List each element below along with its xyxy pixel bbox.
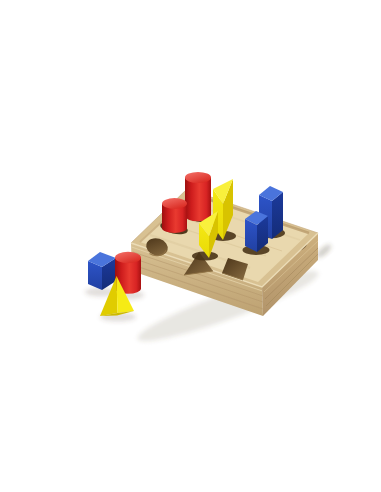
piece-red-cylinder-tall [185, 172, 211, 221]
piece-blue-cube-small [88, 252, 116, 290]
shape-sorter-scene [0, 0, 381, 492]
piece-red-cylinder-medium [162, 198, 187, 233]
product-photo [0, 0, 381, 492]
